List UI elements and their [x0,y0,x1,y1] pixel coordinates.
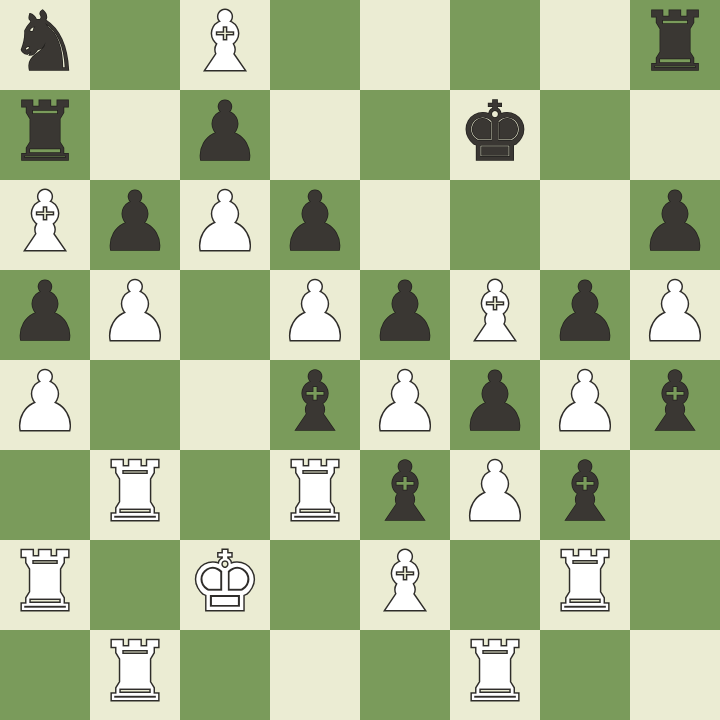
square-c8[interactable]: ♝ [180,0,270,90]
piece-black-pawn[interactable]: ♟ [188,87,262,177]
square-e5[interactable]: ♟ [360,270,450,360]
piece-white-bishop[interactable]: ♝ [458,267,532,357]
chess-board-container: ♞♝♜♜♟♚♝♟♟♟♟♟♟♟♟♝♟♟♟♝♟♟♟♝♜♜♝♟♝♜♚♝♜♜♜ [0,0,720,720]
piece-black-knight[interactable]: ♞ [8,0,82,87]
square-f8[interactable] [450,0,540,90]
square-d4[interactable]: ♝ [270,360,360,450]
square-b6[interactable]: ♟ [90,180,180,270]
square-a4[interactable]: ♟ [0,360,90,450]
square-c6[interactable]: ♟ [180,180,270,270]
square-f4[interactable]: ♟ [450,360,540,450]
piece-white-rook[interactable]: ♜ [98,447,172,537]
piece-black-rook[interactable]: ♜ [638,0,712,87]
square-e6[interactable] [360,180,450,270]
square-a8[interactable]: ♞ [0,0,90,90]
square-d3[interactable]: ♜ [270,450,360,540]
piece-white-rook[interactable]: ♜ [278,447,352,537]
piece-white-pawn[interactable]: ♟ [8,357,82,447]
piece-white-pawn[interactable]: ♟ [98,267,172,357]
square-a6[interactable]: ♝ [0,180,90,270]
piece-black-bishop[interactable]: ♝ [548,447,622,537]
piece-white-bishop[interactable]: ♝ [188,0,262,87]
square-g6[interactable] [540,180,630,270]
piece-white-rook[interactable]: ♜ [458,627,532,717]
square-g1[interactable] [540,630,630,720]
square-c2[interactable]: ♚ [180,540,270,630]
square-h5[interactable]: ♟ [630,270,720,360]
piece-black-bishop[interactable]: ♝ [368,447,442,537]
piece-black-pawn[interactable]: ♟ [368,267,442,357]
square-f1[interactable]: ♜ [450,630,540,720]
square-g5[interactable]: ♟ [540,270,630,360]
square-b8[interactable] [90,0,180,90]
chess-board: ♞♝♜♜♟♚♝♟♟♟♟♟♟♟♟♝♟♟♟♝♟♟♟♝♜♜♝♟♝♜♚♝♜♜♜ [0,0,720,720]
square-a5[interactable]: ♟ [0,270,90,360]
piece-black-bishop[interactable]: ♝ [278,357,352,447]
piece-white-king[interactable]: ♚ [188,537,262,627]
square-g4[interactable]: ♟ [540,360,630,450]
square-b4[interactable] [90,360,180,450]
piece-white-pawn[interactable]: ♟ [188,177,262,267]
square-d2[interactable] [270,540,360,630]
square-b7[interactable] [90,90,180,180]
piece-white-pawn[interactable]: ♟ [638,267,712,357]
square-h2[interactable] [630,540,720,630]
piece-black-pawn[interactable]: ♟ [458,357,532,447]
piece-white-pawn[interactable]: ♟ [278,267,352,357]
square-h4[interactable]: ♝ [630,360,720,450]
square-f3[interactable]: ♟ [450,450,540,540]
piece-black-king[interactable]: ♚ [458,87,532,177]
square-h7[interactable] [630,90,720,180]
square-h8[interactable]: ♜ [630,0,720,90]
square-c4[interactable] [180,360,270,450]
square-h3[interactable] [630,450,720,540]
square-g2[interactable]: ♜ [540,540,630,630]
square-e2[interactable]: ♝ [360,540,450,630]
square-e3[interactable]: ♝ [360,450,450,540]
square-a7[interactable]: ♜ [0,90,90,180]
square-e8[interactable] [360,0,450,90]
piece-white-rook[interactable]: ♜ [98,627,172,717]
piece-white-rook[interactable]: ♜ [548,537,622,627]
square-b3[interactable]: ♜ [90,450,180,540]
square-e7[interactable] [360,90,450,180]
square-d8[interactable] [270,0,360,90]
square-a2[interactable]: ♜ [0,540,90,630]
square-c3[interactable] [180,450,270,540]
piece-white-pawn[interactable]: ♟ [548,357,622,447]
square-f2[interactable] [450,540,540,630]
piece-white-bishop[interactable]: ♝ [8,177,82,267]
piece-black-pawn[interactable]: ♟ [8,267,82,357]
piece-black-pawn[interactable]: ♟ [548,267,622,357]
square-d7[interactable] [270,90,360,180]
square-h6[interactable]: ♟ [630,180,720,270]
square-h1[interactable] [630,630,720,720]
piece-black-pawn[interactable]: ♟ [638,177,712,267]
square-d5[interactable]: ♟ [270,270,360,360]
piece-black-pawn[interactable]: ♟ [98,177,172,267]
piece-white-pawn[interactable]: ♟ [458,447,532,537]
piece-black-bishop[interactable]: ♝ [638,357,712,447]
square-c1[interactable] [180,630,270,720]
square-d1[interactable] [270,630,360,720]
square-f5[interactable]: ♝ [450,270,540,360]
square-c5[interactable] [180,270,270,360]
piece-white-bishop[interactable]: ♝ [368,537,442,627]
square-b1[interactable]: ♜ [90,630,180,720]
square-f7[interactable]: ♚ [450,90,540,180]
piece-black-pawn[interactable]: ♟ [278,177,352,267]
square-a3[interactable] [0,450,90,540]
square-g3[interactable]: ♝ [540,450,630,540]
square-e4[interactable]: ♟ [360,360,450,450]
piece-white-pawn[interactable]: ♟ [368,357,442,447]
square-c7[interactable]: ♟ [180,90,270,180]
square-a1[interactable] [0,630,90,720]
square-g7[interactable] [540,90,630,180]
square-b5[interactable]: ♟ [90,270,180,360]
square-f6[interactable] [450,180,540,270]
piece-black-rook[interactable]: ♜ [8,87,82,177]
square-g8[interactable] [540,0,630,90]
square-d6[interactable]: ♟ [270,180,360,270]
square-b2[interactable] [90,540,180,630]
square-e1[interactable] [360,630,450,720]
piece-white-rook[interactable]: ♜ [8,537,82,627]
